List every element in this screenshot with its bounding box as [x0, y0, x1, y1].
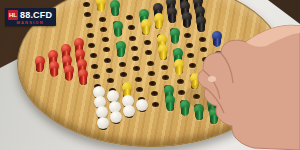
photo-scene: HL 88.CFD MANSION [0, 0, 300, 150]
hand [198, 25, 300, 150]
fingernail [208, 76, 216, 82]
watermark-subtext: MANSION [8, 21, 52, 25]
watermark: HL 88.CFD MANSION [5, 8, 56, 26]
watermark-brand-text: 88.CFD [20, 11, 52, 20]
watermark-logo-icon: HL [8, 10, 18, 20]
